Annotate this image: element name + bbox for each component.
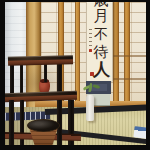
scroll-character-2: 月 bbox=[93, 9, 109, 24]
red-seal bbox=[89, 49, 92, 52]
calligraphy-scroll: 歳 月 不 待 人 bbox=[86, 2, 113, 81]
scroll-signature-column bbox=[89, 29, 92, 46]
scroll-character-5: 人 bbox=[93, 61, 109, 78]
scroll-character-3: 不 bbox=[93, 27, 109, 41]
stand-front-left-leg bbox=[9, 100, 14, 145]
shoji-stile bbox=[124, 2, 130, 103]
red-seal bbox=[90, 72, 94, 76]
shoji-rail bbox=[113, 78, 146, 80]
white-flower-vase bbox=[86, 95, 94, 121]
stand-top-shelf bbox=[8, 55, 73, 66]
water-jar bbox=[27, 119, 60, 145]
shoji-stile bbox=[113, 2, 119, 103]
stand-front-right-post bbox=[57, 62, 62, 95]
scene: 歳 月 不 待 人 bbox=[5, 2, 146, 145]
blue-cloth-item bbox=[133, 126, 146, 139]
stand-rear-left-post bbox=[20, 63, 23, 94]
shoji-stile bbox=[75, 2, 80, 103]
stand-rear-right-post bbox=[44, 63, 47, 82]
water-jar-lid bbox=[27, 119, 60, 132]
tea-room-photo: 歳 月 不 待 人 bbox=[0, 0, 150, 150]
stand-front-left-post bbox=[10, 62, 14, 94]
shoji-rail bbox=[113, 55, 146, 57]
